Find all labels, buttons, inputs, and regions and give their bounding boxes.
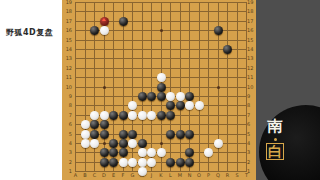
star-point — [160, 29, 163, 32]
row-number-left: 17 — [63, 19, 72, 24]
black-stone — [185, 158, 194, 167]
app-title: 野狐4D复盘 — [6, 27, 60, 38]
row-number-right: 3 — [247, 150, 256, 155]
row-number-left: 12 — [63, 66, 72, 71]
row-number-left: 8 — [63, 103, 72, 108]
col-letter: C — [90, 173, 99, 178]
col-letter: B — [81, 173, 90, 178]
white-stone — [119, 158, 128, 167]
row-number-left: 3 — [63, 150, 72, 155]
black-stone — [176, 130, 185, 139]
col-letter: J — [147, 173, 156, 178]
white-stone — [81, 139, 90, 148]
white-stone — [100, 26, 109, 35]
col-letter: F — [119, 173, 128, 178]
star-point — [103, 142, 106, 145]
black-stone — [157, 83, 166, 92]
col-letter: D — [100, 173, 109, 178]
star-point — [217, 86, 220, 89]
white-stone — [176, 92, 185, 101]
black-stone — [157, 111, 166, 120]
white-stone — [157, 73, 166, 82]
row-number-left: 4 — [63, 141, 72, 146]
black-stone — [100, 130, 109, 139]
white-stone — [147, 148, 156, 157]
white-stone — [128, 158, 137, 167]
row-number-right: 16 — [247, 28, 256, 33]
row-number-right: 6 — [247, 122, 256, 127]
white-stone — [128, 101, 137, 110]
black-stone — [176, 158, 185, 167]
grid-line-v — [199, 2, 200, 171]
black-stone — [90, 26, 99, 35]
white-stone — [81, 130, 90, 139]
black-stone — [166, 130, 175, 139]
black-stone — [166, 111, 175, 120]
black-stone — [100, 158, 109, 167]
row-number-left: 18 — [63, 9, 72, 14]
white-stone — [128, 111, 137, 120]
row-number-left: 7 — [63, 113, 72, 118]
white-stone — [90, 139, 99, 148]
row-number-left: 14 — [63, 47, 72, 52]
black-stone — [119, 17, 128, 26]
left-panel: 野狐4D复盘 — [0, 0, 62, 180]
row-number-left: 1 — [63, 169, 72, 174]
row-number-right: 13 — [247, 56, 256, 61]
grid-line-v — [180, 2, 181, 171]
white-stone — [138, 111, 147, 120]
col-letter: N — [185, 173, 194, 178]
black-stone — [90, 130, 99, 139]
row-number-right: 17 — [247, 19, 256, 24]
col-letter: O — [195, 173, 204, 178]
white-stone — [138, 158, 147, 167]
grid-line-v — [170, 2, 171, 171]
black-stone — [223, 45, 232, 54]
white-stone — [81, 120, 90, 129]
col-letter: K — [157, 173, 166, 178]
white-stone — [185, 101, 194, 110]
black-stone — [185, 130, 194, 139]
app-window: 野狐4D复盘 1919A1818B1717C1616D1515E1414F131… — [0, 0, 320, 180]
row-number-left: 9 — [63, 94, 72, 99]
row-number-right: 5 — [247, 132, 256, 137]
black-stone — [109, 111, 118, 120]
black-stone — [214, 26, 223, 35]
marked-black-stone — [100, 17, 109, 26]
col-letter: G — [128, 173, 137, 178]
white-stone — [128, 139, 137, 148]
black-stone — [166, 158, 175, 167]
white-stone — [204, 148, 213, 157]
row-number-right: 19 — [247, 0, 256, 5]
row-number-right: 10 — [247, 85, 256, 90]
black-stone — [119, 130, 128, 139]
col-letter: T — [242, 173, 251, 178]
black-stone — [138, 139, 147, 148]
black-stone — [119, 111, 128, 120]
white-stone — [195, 101, 204, 110]
row-number-left: 2 — [63, 160, 72, 165]
row-number-right: 14 — [247, 47, 256, 52]
channel-logo: 南 白 — [259, 105, 320, 180]
col-letter: S — [233, 173, 242, 178]
row-number-right: 15 — [247, 38, 256, 43]
black-stone — [128, 130, 137, 139]
go-board[interactable]: 1919A1818B1717C1616D1515E1414F1313G1212H… — [62, 0, 256, 180]
white-stone — [138, 148, 147, 157]
black-stone — [185, 92, 194, 101]
white-stone — [90, 111, 99, 120]
white-stone — [100, 111, 109, 120]
row-number-right: 12 — [247, 66, 256, 71]
grid-line-v — [237, 2, 238, 171]
logo-dot-icon — [274, 138, 277, 141]
black-stone — [185, 148, 194, 157]
black-stone — [138, 92, 147, 101]
row-number-left: 13 — [63, 56, 72, 61]
white-stone — [214, 139, 223, 148]
channel-logo-text: 南 白 — [266, 117, 284, 160]
black-stone — [176, 101, 185, 110]
black-stone — [109, 139, 118, 148]
col-letter: P — [204, 173, 213, 178]
black-stone — [166, 101, 175, 110]
col-letter: A — [71, 173, 80, 178]
black-stone — [100, 148, 109, 157]
grid-line-h — [76, 171, 247, 172]
row-number-left: 19 — [63, 0, 72, 5]
star-point — [103, 86, 106, 89]
black-stone — [119, 139, 128, 148]
star-point — [160, 142, 163, 145]
logo-char-top: 南 — [268, 117, 283, 136]
row-number-right: 9 — [247, 94, 256, 99]
row-number-right: 18 — [247, 9, 256, 14]
row-number-left: 10 — [63, 85, 72, 90]
col-letter: Q — [214, 173, 223, 178]
black-stone — [90, 120, 99, 129]
row-number-right: 7 — [247, 113, 256, 118]
black-stone — [109, 148, 118, 157]
white-stone — [138, 167, 147, 176]
col-letter: M — [176, 173, 185, 178]
row-number-left: 6 — [63, 122, 72, 127]
grid-line-v — [189, 2, 190, 171]
black-stone — [100, 120, 109, 129]
row-number-left: 16 — [63, 28, 72, 33]
logo-char-bottom: 白 — [266, 143, 284, 160]
col-letter: E — [109, 173, 118, 178]
grid-line-v — [227, 2, 228, 171]
row-number-left: 15 — [63, 38, 72, 43]
col-letter: R — [223, 173, 232, 178]
black-stone — [119, 148, 128, 157]
row-number-right: 4 — [247, 141, 256, 146]
white-stone — [166, 92, 175, 101]
row-number-right: 8 — [247, 103, 256, 108]
row-number-left: 11 — [63, 75, 72, 80]
white-stone — [157, 148, 166, 157]
black-stone — [109, 158, 118, 167]
row-number-right: 2 — [247, 160, 256, 165]
row-number-right: 11 — [247, 75, 256, 80]
grid-line-v — [246, 2, 247, 171]
grid-line-h — [76, 105, 247, 106]
grid-line-v — [208, 2, 209, 171]
black-stone — [147, 92, 156, 101]
white-stone — [147, 111, 156, 120]
white-stone — [147, 158, 156, 167]
black-stone — [157, 92, 166, 101]
row-number-left: 5 — [63, 132, 72, 137]
col-letter: L — [166, 173, 175, 178]
